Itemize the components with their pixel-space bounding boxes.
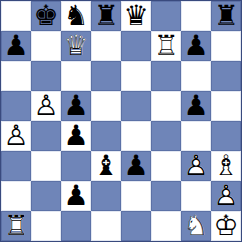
square-e2[interactable] [121, 181, 151, 211]
square-f8[interactable] [151, 1, 181, 31]
piece-white-pawn[interactable]: ♟♙ [211, 181, 241, 211]
square-f3[interactable] [151, 151, 181, 181]
square-b1[interactable] [31, 211, 61, 241]
piece-white-rook[interactable]: ♜♖ [1, 211, 31, 241]
square-b2[interactable] [31, 181, 61, 211]
piece-black-pawn[interactable]: ♟ [61, 181, 91, 211]
piece-black-pawn[interactable]: ♟ [181, 31, 211, 61]
square-c1[interactable] [61, 211, 91, 241]
square-e5[interactable] [121, 91, 151, 121]
chess-board: ♚♞♜♛♜♟♛♕♜♖♟♟♙♟♟♟♙♟♝♟♟♙♝♗♟♟♙♜♖♞♘♚♔ [0, 0, 242, 242]
square-g3[interactable]: ♟♙ [181, 151, 211, 181]
square-h2[interactable]: ♟♙ [211, 181, 241, 211]
square-b8[interactable]: ♚ [31, 1, 61, 31]
square-d5[interactable] [91, 91, 121, 121]
square-g2[interactable] [181, 181, 211, 211]
square-h3[interactable]: ♝♗ [211, 151, 241, 181]
square-g7[interactable]: ♟ [181, 31, 211, 61]
square-h4[interactable] [211, 121, 241, 151]
piece-white-pawn[interactable]: ♟♙ [31, 91, 61, 121]
piece-white-queen[interactable]: ♛♕ [61, 31, 91, 61]
square-e1[interactable] [121, 211, 151, 241]
square-b5[interactable]: ♟♙ [31, 91, 61, 121]
square-f1[interactable] [151, 211, 181, 241]
square-f2[interactable] [151, 181, 181, 211]
square-f6[interactable] [151, 61, 181, 91]
piece-black-pawn[interactable]: ♟ [181, 91, 211, 121]
piece-white-king[interactable]: ♚♔ [211, 211, 241, 241]
square-b4[interactable] [31, 121, 61, 151]
square-a2[interactable] [1, 181, 31, 211]
piece-outline: ♕ [61, 31, 91, 61]
piece-outline: ♘ [181, 211, 211, 241]
square-b3[interactable] [31, 151, 61, 181]
square-c7[interactable]: ♛♕ [61, 31, 91, 61]
square-e3[interactable]: ♟ [121, 151, 151, 181]
square-h5[interactable] [211, 91, 241, 121]
square-d7[interactable] [91, 31, 121, 61]
piece-white-pawn[interactable]: ♟♙ [181, 151, 211, 181]
piece-white-bishop[interactable]: ♝♗ [211, 151, 241, 181]
square-d1[interactable] [91, 211, 121, 241]
square-a8[interactable] [1, 1, 31, 31]
piece-outline: ♖ [151, 31, 181, 61]
square-c8[interactable]: ♞ [61, 1, 91, 31]
piece-outline: ♙ [1, 121, 31, 151]
square-g6[interactable] [181, 61, 211, 91]
square-a6[interactable] [1, 61, 31, 91]
square-b6[interactable] [31, 61, 61, 91]
square-a1[interactable]: ♜♖ [1, 211, 31, 241]
square-c5[interactable]: ♟ [61, 91, 91, 121]
square-g5[interactable]: ♟ [181, 91, 211, 121]
piece-black-pawn[interactable]: ♟ [61, 91, 91, 121]
piece-outline: ♗ [211, 151, 241, 181]
square-f5[interactable] [151, 91, 181, 121]
square-g4[interactable] [181, 121, 211, 151]
piece-black-pawn[interactable]: ♟ [1, 31, 31, 61]
piece-black-king[interactable]: ♚ [31, 1, 61, 31]
square-c4[interactable]: ♟ [61, 121, 91, 151]
square-d8[interactable]: ♜ [91, 1, 121, 31]
square-d2[interactable] [91, 181, 121, 211]
piece-white-knight[interactable]: ♞♘ [181, 211, 211, 241]
piece-outline: ♙ [211, 181, 241, 211]
piece-black-pawn[interactable]: ♟ [61, 121, 91, 151]
square-a5[interactable] [1, 91, 31, 121]
piece-black-bishop[interactable]: ♝ [91, 151, 121, 181]
square-f7[interactable]: ♜♖ [151, 31, 181, 61]
piece-white-pawn[interactable]: ♟♙ [1, 121, 31, 151]
square-d6[interactable] [91, 61, 121, 91]
square-c6[interactable] [61, 61, 91, 91]
piece-black-pawn[interactable]: ♟ [121, 151, 151, 181]
square-e4[interactable] [121, 121, 151, 151]
square-g8[interactable] [181, 1, 211, 31]
piece-black-knight[interactable]: ♞ [61, 1, 91, 31]
square-d4[interactable] [91, 121, 121, 151]
square-g1[interactable]: ♞♘ [181, 211, 211, 241]
square-b7[interactable] [31, 31, 61, 61]
square-e7[interactable] [121, 31, 151, 61]
square-a4[interactable]: ♟♙ [1, 121, 31, 151]
piece-black-queen[interactable]: ♛ [121, 1, 151, 31]
square-f4[interactable] [151, 121, 181, 151]
piece-white-rook[interactable]: ♜♖ [151, 31, 181, 61]
square-h1[interactable]: ♚♔ [211, 211, 241, 241]
square-c2[interactable]: ♟ [61, 181, 91, 211]
square-a7[interactable]: ♟ [1, 31, 31, 61]
square-e6[interactable] [121, 61, 151, 91]
piece-black-rook[interactable]: ♜ [91, 1, 121, 31]
square-h7[interactable] [211, 31, 241, 61]
piece-outline: ♖ [1, 211, 31, 241]
square-e8[interactable]: ♛ [121, 1, 151, 31]
piece-outline: ♙ [31, 91, 61, 121]
square-d3[interactable]: ♝ [91, 151, 121, 181]
square-c3[interactable] [61, 151, 91, 181]
square-a3[interactable] [1, 151, 31, 181]
square-h6[interactable] [211, 61, 241, 91]
piece-black-rook[interactable]: ♜ [211, 1, 241, 31]
piece-outline: ♙ [181, 151, 211, 181]
piece-outline: ♔ [211, 211, 241, 241]
square-h8[interactable]: ♜ [211, 1, 241, 31]
